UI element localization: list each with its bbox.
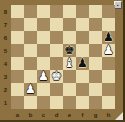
square-d7[interactable]: [50, 18, 63, 31]
file-label-g: g: [89, 110, 102, 119]
square-c2[interactable]: [37, 83, 50, 96]
piece-white-pawn-h5[interactable]: ♟: [103, 44, 114, 57]
square-g3[interactable]: [89, 70, 102, 83]
rank-label-1: 1: [0, 96, 11, 109]
square-g6[interactable]: [89, 31, 102, 44]
file-label-c: c: [37, 110, 50, 119]
square-f8[interactable]: [76, 5, 89, 18]
rank-label-2: 2: [0, 83, 11, 96]
piece-white-pawn-c3[interactable]: ♟: [38, 70, 49, 83]
square-f7[interactable]: [76, 18, 89, 31]
piece-black-pawn-f4[interactable]: ♟: [77, 57, 88, 70]
square-h1[interactable]: [102, 96, 115, 109]
file-label-a: a: [11, 110, 24, 119]
square-b6[interactable]: [24, 31, 37, 44]
file-label-e: e: [63, 110, 76, 119]
window-edge-right: [123, 0, 125, 122]
file-label-h: h: [102, 110, 115, 119]
square-g2[interactable]: [89, 83, 102, 96]
piece-white-king-d3[interactable]: ♚: [51, 70, 62, 83]
piece-white-bishop-e4[interactable]: ♝: [64, 57, 75, 70]
square-h8[interactable]: [102, 5, 115, 18]
square-h3[interactable]: [102, 70, 115, 83]
square-d2[interactable]: [50, 83, 63, 96]
square-b7[interactable]: [24, 18, 37, 31]
square-b4[interactable]: [24, 57, 37, 70]
rank-label-3: 3: [0, 70, 11, 83]
square-a7[interactable]: [11, 18, 24, 31]
rank-label-8: 8: [0, 5, 11, 18]
square-c3[interactable]: ♟: [37, 70, 50, 83]
applet-corner-button[interactable]: ▪: [114, 1, 122, 9]
square-a1[interactable]: [11, 96, 24, 109]
square-d5[interactable]: [50, 44, 63, 57]
square-h5[interactable]: ♟: [102, 44, 115, 57]
square-c8[interactable]: [37, 5, 50, 18]
square-h4[interactable]: [102, 57, 115, 70]
square-g1[interactable]: [89, 96, 102, 109]
square-e4[interactable]: ♝: [63, 57, 76, 70]
square-c5[interactable]: [37, 44, 50, 57]
square-f6[interactable]: [76, 31, 89, 44]
piece-white-pawn-b2[interactable]: ♟: [25, 83, 36, 96]
file-label-d: d: [50, 110, 63, 119]
square-c1[interactable]: [37, 96, 50, 109]
file-label-b: b: [24, 110, 37, 119]
square-f4[interactable]: ♟: [76, 57, 89, 70]
rank-label-4: 4: [0, 57, 11, 70]
square-a6[interactable]: [11, 31, 24, 44]
square-d8[interactable]: [50, 5, 63, 18]
square-a5[interactable]: [11, 44, 24, 57]
square-e3[interactable]: [63, 70, 76, 83]
square-e8[interactable]: [63, 5, 76, 18]
square-d6[interactable]: [50, 31, 63, 44]
file-labels: abcdefgh: [11, 110, 115, 119]
rank-label-5: 5: [0, 44, 11, 57]
chess-board: ♟♚♟♝♟♟♚♟: [11, 5, 115, 109]
square-g7[interactable]: [89, 18, 102, 31]
square-f2[interactable]: [76, 83, 89, 96]
square-a3[interactable]: [11, 70, 24, 83]
square-g8[interactable]: [89, 5, 102, 18]
square-e1[interactable]: [63, 96, 76, 109]
square-d1[interactable]: [50, 96, 63, 109]
square-d3[interactable]: ♚: [50, 70, 63, 83]
square-b8[interactable]: [24, 5, 37, 18]
square-e7[interactable]: [63, 18, 76, 31]
square-f3[interactable]: [76, 70, 89, 83]
window-edge-bottom: [0, 120, 125, 122]
square-g4[interactable]: [89, 57, 102, 70]
chess-applet-window: ▪ 87654321 ♟♚♟♝♟♟♚♟ abcdefgh: [0, 0, 125, 122]
square-f1[interactable]: [76, 96, 89, 109]
square-c7[interactable]: [37, 18, 50, 31]
square-a8[interactable]: [11, 5, 24, 18]
square-g5[interactable]: [89, 44, 102, 57]
file-label-f: f: [76, 110, 89, 119]
corner-button-icon: ▪: [117, 3, 119, 8]
square-b5[interactable]: [24, 44, 37, 57]
square-a4[interactable]: [11, 57, 24, 70]
square-b2[interactable]: ♟: [24, 83, 37, 96]
rank-label-7: 7: [0, 18, 11, 31]
square-h2[interactable]: [102, 83, 115, 96]
resize-grip-icon[interactable]: [115, 112, 123, 120]
square-b1[interactable]: [24, 96, 37, 109]
rank-label-6: 6: [0, 31, 11, 44]
square-c6[interactable]: [37, 31, 50, 44]
rank-labels: 87654321: [0, 5, 11, 109]
square-a2[interactable]: [11, 83, 24, 96]
square-e2[interactable]: [63, 83, 76, 96]
